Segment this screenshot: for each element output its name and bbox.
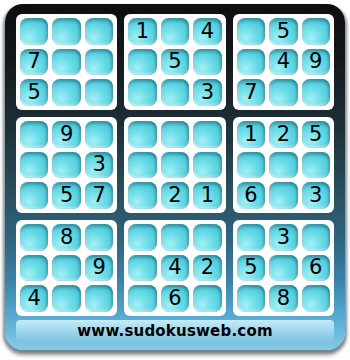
- cell-r1c4[interactable]: 1: [128, 18, 156, 45]
- cell-r2c9[interactable]: 9: [302, 49, 330, 76]
- cell-r5c2[interactable]: [52, 152, 80, 179]
- cell-r1c7[interactable]: [237, 18, 265, 45]
- cell-r3c7[interactable]: 7: [237, 79, 265, 106]
- cell-r5c6[interactable]: [193, 152, 221, 179]
- sudoku-box-1: 75: [16, 14, 117, 110]
- cell-r2c7[interactable]: [237, 49, 265, 76]
- cell-r5c5[interactable]: [161, 152, 189, 179]
- cell-r8c4[interactable]: [128, 255, 156, 282]
- cell-r2c1[interactable]: 7: [20, 49, 48, 76]
- cell-r5c3[interactable]: 3: [85, 152, 113, 179]
- cell-r7c7[interactable]: [237, 224, 265, 251]
- given-digit: 2: [201, 257, 214, 278]
- sudoku-box-8: 426: [124, 220, 225, 316]
- cell-r3c9[interactable]: [302, 79, 330, 106]
- sudoku-box-3: 5497: [233, 14, 334, 110]
- cell-r5c7[interactable]: [237, 152, 265, 179]
- cell-r6c4[interactable]: [128, 182, 156, 209]
- cell-r8c1[interactable]: [20, 255, 48, 282]
- given-digit: 3: [92, 154, 105, 175]
- cell-r3c2[interactable]: [52, 79, 80, 106]
- cell-r4c1[interactable]: [20, 121, 48, 148]
- cell-r3c5[interactable]: [161, 79, 189, 106]
- cell-r3c8[interactable]: [269, 79, 297, 106]
- cell-r2c5[interactable]: 5: [161, 49, 189, 76]
- cell-r4c4[interactable]: [128, 121, 156, 148]
- cell-r4c9[interactable]: 5: [302, 121, 330, 148]
- given-digit: 6: [168, 288, 181, 309]
- given-digit: 5: [60, 185, 73, 206]
- cell-r4c6[interactable]: [193, 121, 221, 148]
- cell-r9c6[interactable]: [193, 285, 221, 312]
- sudoku-box-4: 9357: [16, 117, 117, 213]
- cell-r5c1[interactable]: [20, 152, 48, 179]
- given-digit: 6: [309, 257, 322, 278]
- cell-r7c5[interactable]: [161, 224, 189, 251]
- cell-r1c6[interactable]: 4: [193, 18, 221, 45]
- given-digit: 3: [309, 185, 322, 206]
- site-url[interactable]: www.sudokusweb.com: [77, 322, 272, 340]
- cell-r7c9[interactable]: [302, 224, 330, 251]
- cell-r7c1[interactable]: [20, 224, 48, 251]
- cell-r3c4[interactable]: [128, 79, 156, 106]
- cell-r1c2[interactable]: [52, 18, 80, 45]
- given-digit: 7: [244, 82, 257, 103]
- given-digit: 2: [168, 185, 181, 206]
- cell-r2c4[interactable]: [128, 49, 156, 76]
- cell-r1c3[interactable]: [85, 18, 113, 45]
- given-digit: 5: [277, 21, 290, 42]
- cell-r6c1[interactable]: [20, 182, 48, 209]
- sudoku-box-6: 12563: [233, 117, 334, 213]
- cell-r9c9[interactable]: [302, 285, 330, 312]
- cell-r2c3[interactable]: [85, 49, 113, 76]
- cell-r1c1[interactable]: [20, 18, 48, 45]
- cell-r8c3[interactable]: 9: [85, 255, 113, 282]
- cell-r6c9[interactable]: 3: [302, 182, 330, 209]
- sudoku-box-5: 21: [124, 117, 225, 213]
- cell-r2c2[interactable]: [52, 49, 80, 76]
- cell-r2c8[interactable]: 4: [269, 49, 297, 76]
- cell-r3c3[interactable]: [85, 79, 113, 106]
- given-digit: 9: [92, 257, 105, 278]
- cell-r1c8[interactable]: 5: [269, 18, 297, 45]
- cell-r4c3[interactable]: [85, 121, 113, 148]
- cell-r9c8[interactable]: 8: [269, 285, 297, 312]
- cell-r4c7[interactable]: 1: [237, 121, 265, 148]
- sudoku-grid: 7514535497935721125638944263568: [16, 14, 334, 316]
- given-digit: 1: [201, 185, 214, 206]
- given-digit: 3: [277, 227, 290, 248]
- cell-r2c6[interactable]: [193, 49, 221, 76]
- cell-r6c7[interactable]: 6: [237, 182, 265, 209]
- given-digit: 5: [244, 257, 257, 278]
- given-digit: 7: [28, 51, 41, 72]
- given-digit: 4: [168, 257, 181, 278]
- cell-r6c6[interactable]: 1: [193, 182, 221, 209]
- cell-r7c3[interactable]: [85, 224, 113, 251]
- cell-r9c7[interactable]: [237, 285, 265, 312]
- cell-r4c2[interactable]: 9: [52, 121, 80, 148]
- sudoku-board: 7514535497935721125638944263568 www.sudo…: [5, 4, 345, 350]
- cell-r6c8[interactable]: [269, 182, 297, 209]
- cell-r5c8[interactable]: [269, 152, 297, 179]
- given-digit: 9: [309, 51, 322, 72]
- cell-r8c5[interactable]: 4: [161, 255, 189, 282]
- given-digit: 1: [136, 21, 149, 42]
- given-digit: 6: [244, 185, 257, 206]
- cell-r8c9[interactable]: 6: [302, 255, 330, 282]
- given-digit: 5: [168, 51, 181, 72]
- cell-r7c8[interactable]: 3: [269, 224, 297, 251]
- cell-r1c5[interactable]: [161, 18, 189, 45]
- given-digit: 4: [277, 51, 290, 72]
- given-digit: 4: [28, 288, 41, 309]
- given-digit: 2: [277, 124, 290, 145]
- cell-r8c2[interactable]: [52, 255, 80, 282]
- cell-r5c4[interactable]: [128, 152, 156, 179]
- footer-band: www.sudokusweb.com: [16, 320, 334, 342]
- cell-r9c2[interactable]: [52, 285, 80, 312]
- given-digit: 4: [201, 21, 214, 42]
- cell-r6c2[interactable]: 5: [52, 182, 80, 209]
- cell-r3c1[interactable]: 5: [20, 79, 48, 106]
- cell-r4c8[interactable]: 2: [269, 121, 297, 148]
- cell-r8c6[interactable]: 2: [193, 255, 221, 282]
- sudoku-box-2: 1453: [124, 14, 225, 110]
- given-digit: 8: [277, 288, 290, 309]
- cell-r8c8[interactable]: [269, 255, 297, 282]
- cell-r5c9[interactable]: [302, 152, 330, 179]
- given-digit: 7: [92, 185, 105, 206]
- cell-r3c6[interactable]: 3: [193, 79, 221, 106]
- given-digit: 8: [60, 227, 73, 248]
- cell-r6c3[interactable]: 7: [85, 182, 113, 209]
- sudoku-box-7: 894: [16, 220, 117, 316]
- cell-r9c3[interactable]: [85, 285, 113, 312]
- cell-r1c9[interactable]: [302, 18, 330, 45]
- sudoku-box-9: 3568: [233, 220, 334, 316]
- cell-r6c5[interactable]: 2: [161, 182, 189, 209]
- given-digit: 5: [28, 82, 41, 103]
- cell-r8c7[interactable]: 5: [237, 255, 265, 282]
- cell-r7c4[interactable]: [128, 224, 156, 251]
- cell-r9c1[interactable]: 4: [20, 285, 48, 312]
- cell-r7c2[interactable]: 8: [52, 224, 80, 251]
- given-digit: 5: [309, 124, 322, 145]
- cell-r4c5[interactable]: [161, 121, 189, 148]
- given-digit: 3: [201, 82, 214, 103]
- cell-r9c5[interactable]: 6: [161, 285, 189, 312]
- given-digit: 1: [244, 124, 257, 145]
- given-digit: 9: [60, 124, 73, 145]
- cell-r7c6[interactable]: [193, 224, 221, 251]
- cell-r9c4[interactable]: [128, 285, 156, 312]
